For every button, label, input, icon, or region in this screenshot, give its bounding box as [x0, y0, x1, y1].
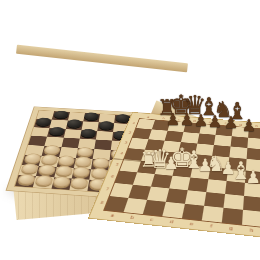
- checker-disc-black: [84, 112, 100, 120]
- coordinate-label: 5: [115, 163, 119, 166]
- box-back-rail: [16, 45, 188, 73]
- coordinate-label: c: [150, 217, 154, 222]
- coordinate-label: 7: [105, 187, 110, 191]
- coordinate-label: e: [190, 221, 194, 226]
- coordinate-label: b: [162, 117, 165, 120]
- checkers-square: [69, 179, 89, 191]
- checker-disc-black: [53, 110, 69, 118]
- checker-disc-natural: [40, 154, 58, 164]
- coordinate-label: 8: [100, 200, 105, 204]
- checker-disc-black: [48, 127, 65, 136]
- checker-disc-natural: [34, 175, 53, 186]
- coordinate-label: 1: [132, 122, 136, 125]
- coordinate-label: d: [169, 219, 173, 224]
- checker-disc-natural: [37, 164, 55, 175]
- checker-disc-natural: [55, 165, 73, 176]
- coordinate-label: 6: [110, 174, 114, 178]
- checker-disc-natural: [20, 163, 39, 174]
- coordinate-label: d: [193, 119, 196, 122]
- chess-board-plane: abcdefgh abcdefgh 12345678 12345678: [89, 113, 260, 238]
- chess-square: [182, 204, 204, 221]
- product-photo-scene: abcdefgh abcdefgh 12345678 12345678 ♜♚♛♝…: [0, 0, 260, 260]
- checker-disc-natural: [75, 156, 92, 166]
- coordinate-label: a: [147, 116, 150, 119]
- coordinate-label: 4: [120, 151, 124, 154]
- checker-disc-black: [67, 119, 83, 128]
- coordinate-label: h: [250, 228, 254, 233]
- coordinate-label: 2: [128, 131, 132, 134]
- coordinate-label: h: [255, 124, 258, 127]
- chess-board: abcdefgh abcdefgh 12345678 12345678: [108, 78, 260, 214]
- coordinate-label: f: [224, 122, 226, 125]
- coordinate-label: e: [209, 121, 212, 124]
- checker-disc-natural: [92, 157, 109, 167]
- checker-disc-natural: [70, 177, 88, 188]
- coordinate-label: f: [210, 223, 213, 228]
- checker-disc-natural: [73, 167, 91, 178]
- chess-square: [222, 208, 243, 225]
- coordinate-label: 3: [124, 141, 128, 144]
- chess-square: [242, 210, 260, 227]
- checker-disc-natural: [52, 176, 71, 187]
- coordinate-label: a: [110, 213, 115, 217]
- coordinate-label: b: [130, 215, 135, 220]
- checker-disc-natural: [77, 147, 94, 157]
- checker-disc-natural: [43, 145, 61, 155]
- checker-disc-natural: [58, 155, 76, 165]
- checker-disc-black: [81, 129, 97, 138]
- coordinate-label: g: [229, 226, 233, 231]
- checker-disc-natural: [23, 153, 41, 163]
- chess-square: [202, 206, 224, 223]
- coordinate-label: g: [239, 123, 242, 126]
- coordinate-label: c: [177, 118, 180, 121]
- checker-disc-black: [35, 117, 52, 126]
